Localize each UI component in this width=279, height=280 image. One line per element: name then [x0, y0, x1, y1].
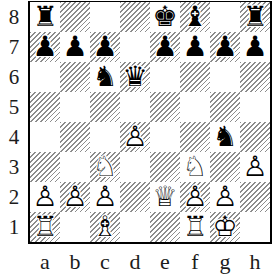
square-a3[interactable] — [30, 152, 60, 182]
piece-glyph-bk: ♚ — [152, 2, 177, 32]
piece-glyph-wr: ♖ — [182, 212, 207, 242]
square-c6[interactable]: ♞♞ — [90, 62, 120, 92]
square-e4[interactable] — [150, 122, 180, 152]
piece-br-h8[interactable]: ♜♜ — [240, 2, 270, 32]
file-label-a: a — [30, 249, 60, 278]
square-c4[interactable] — [90, 122, 120, 152]
file-label-h: h — [240, 249, 270, 278]
piece-wp-g2[interactable]: ♟♙ — [210, 182, 240, 212]
piece-glyph-bq: ♛ — [122, 62, 147, 92]
square-e3[interactable] — [150, 152, 180, 182]
square-g5[interactable] — [210, 92, 240, 122]
piece-bp-a7[interactable]: ♟♟ — [30, 32, 60, 62]
square-h3[interactable]: ♟♙ — [240, 152, 270, 182]
piece-glyph-wp: ♙ — [92, 182, 117, 212]
square-f3[interactable]: ♞♘ — [180, 152, 210, 182]
chess-board: ♜♜♚♚♝♝♜♜♟♟♟♟♟♟♟♟♟♟♟♟♟♟♞♞♛♛♟♙♞♞♞♘♞♘♟♙♟♙♟♙… — [28, 1, 272, 244]
square-b3[interactable] — [60, 152, 90, 182]
square-c1[interactable]: ♝♗ — [90, 212, 120, 242]
piece-bp-h7[interactable]: ♟♟ — [240, 32, 270, 62]
piece-bp-g7[interactable]: ♟♟ — [210, 32, 240, 62]
square-c2[interactable]: ♟♙ — [90, 182, 120, 212]
square-e8[interactable]: ♚♚ — [150, 2, 180, 32]
piece-glyph-bn: ♞ — [212, 122, 237, 152]
piece-br-a8[interactable]: ♜♜ — [30, 2, 60, 32]
piece-wp-a2[interactable]: ♟♙ — [30, 182, 60, 212]
piece-wp-h3[interactable]: ♟♙ — [240, 152, 270, 182]
piece-glyph-wp: ♙ — [182, 182, 207, 212]
file-label-d: d — [120, 249, 150, 278]
square-b4[interactable] — [60, 122, 90, 152]
piece-wp-f2[interactable]: ♟♙ — [180, 182, 210, 212]
piece-glyph-bp: ♟ — [62, 32, 87, 62]
piece-glyph-wn: ♘ — [92, 152, 117, 182]
piece-glyph-bp: ♟ — [182, 32, 207, 62]
square-b6[interactable] — [60, 62, 90, 92]
piece-bp-f7[interactable]: ♟♟ — [180, 32, 210, 62]
rank-labels: 87654321 — [0, 0, 28, 246]
file-label-g: g — [210, 249, 240, 278]
piece-wn-c3[interactable]: ♞♘ — [90, 152, 120, 182]
square-f6[interactable] — [180, 62, 210, 92]
piece-bp-b7[interactable]: ♟♟ — [60, 32, 90, 62]
piece-bn-c6[interactable]: ♞♞ — [90, 62, 120, 92]
square-e1[interactable] — [150, 212, 180, 242]
piece-bn-g4[interactable]: ♞♞ — [210, 122, 240, 152]
piece-wk-g1[interactable]: ♚♔ — [210, 212, 240, 242]
square-a6[interactable] — [30, 62, 60, 92]
piece-glyph-wq: ♕ — [152, 182, 177, 212]
file-label-e: e — [150, 249, 180, 278]
piece-bp-e7[interactable]: ♟♟ — [150, 32, 180, 62]
square-b2[interactable]: ♟♙ — [60, 182, 90, 212]
square-c3[interactable]: ♞♘ — [90, 152, 120, 182]
piece-bk-e8[interactable]: ♚♚ — [150, 2, 180, 32]
piece-glyph-wn: ♘ — [182, 152, 207, 182]
square-b5[interactable] — [60, 92, 90, 122]
rank-label-2: 2 — [0, 182, 28, 212]
square-a4[interactable] — [30, 122, 60, 152]
piece-glyph-bp: ♟ — [242, 32, 267, 62]
piece-glyph-bp: ♟ — [32, 32, 57, 62]
square-g7[interactable]: ♟♟ — [210, 32, 240, 62]
piece-glyph-bp: ♟ — [92, 32, 117, 62]
chess-diagram: 87654321 ♜♜♚♚♝♝♜♜♟♟♟♟♟♟♟♟♟♟♟♟♟♟♞♞♛♛♟♙♞♞♞… — [0, 0, 279, 280]
rank-label-6: 6 — [0, 62, 28, 92]
square-c7[interactable]: ♟♟ — [90, 32, 120, 62]
file-label-c: c — [90, 249, 120, 278]
rank-label-8: 8 — [0, 2, 28, 32]
piece-glyph-wp: ♙ — [62, 182, 87, 212]
piece-glyph-wp: ♙ — [122, 122, 147, 152]
square-f1[interactable]: ♜♖ — [180, 212, 210, 242]
square-h5[interactable] — [240, 92, 270, 122]
piece-wq-e2[interactable]: ♛♕ — [150, 182, 180, 212]
piece-wr-f1[interactable]: ♜♖ — [180, 212, 210, 242]
square-d7[interactable] — [120, 32, 150, 62]
square-b8[interactable] — [60, 2, 90, 32]
square-h4[interactable] — [240, 122, 270, 152]
square-g4[interactable]: ♞♞ — [210, 122, 240, 152]
square-d8[interactable] — [120, 2, 150, 32]
piece-wb-c1[interactable]: ♝♗ — [90, 212, 120, 242]
square-c5[interactable] — [90, 92, 120, 122]
square-h6[interactable] — [240, 62, 270, 92]
piece-glyph-bp: ♟ — [152, 32, 177, 62]
square-a5[interactable] — [30, 92, 60, 122]
square-g2[interactable]: ♟♙ — [210, 182, 240, 212]
square-h8[interactable]: ♜♜ — [240, 2, 270, 32]
square-c8[interactable] — [90, 2, 120, 32]
piece-bq-d6[interactable]: ♛♛ — [120, 62, 150, 92]
piece-glyph-wp: ♙ — [242, 152, 267, 182]
rank-label-4: 4 — [0, 122, 28, 152]
piece-bp-c7[interactable]: ♟♟ — [90, 32, 120, 62]
piece-glyph-bn: ♞ — [92, 62, 117, 92]
square-f7[interactable]: ♟♟ — [180, 32, 210, 62]
square-f4[interactable] — [180, 122, 210, 152]
rank-label-5: 5 — [0, 92, 28, 122]
piece-glyph-wb: ♗ — [92, 212, 117, 242]
piece-wp-d4[interactable]: ♟♙ — [120, 122, 150, 152]
piece-glyph-bb: ♝ — [182, 2, 207, 32]
file-labels: abcdefgh — [30, 246, 272, 278]
piece-glyph-wp: ♙ — [32, 182, 57, 212]
square-a2[interactable]: ♟♙ — [30, 182, 60, 212]
square-b1[interactable] — [60, 212, 90, 242]
square-d5[interactable] — [120, 92, 150, 122]
piece-wn-f3[interactable]: ♞♘ — [180, 152, 210, 182]
square-h2[interactable] — [240, 182, 270, 212]
square-g3[interactable] — [210, 152, 240, 182]
piece-glyph-br: ♜ — [242, 2, 267, 32]
file-label-f: f — [180, 249, 210, 278]
square-e2[interactable]: ♛♕ — [150, 182, 180, 212]
square-a8[interactable]: ♜♜ — [30, 2, 60, 32]
square-h1[interactable] — [240, 212, 270, 242]
piece-glyph-wk: ♔ — [212, 212, 237, 242]
square-g6[interactable] — [210, 62, 240, 92]
rank-label-3: 3 — [0, 152, 28, 182]
square-h7[interactable]: ♟♟ — [240, 32, 270, 62]
piece-glyph-wr: ♖ — [32, 212, 57, 242]
square-d4[interactable]: ♟♙ — [120, 122, 150, 152]
square-b7[interactable]: ♟♟ — [60, 32, 90, 62]
piece-glyph-br: ♜ — [32, 2, 57, 32]
square-a1[interactable]: ♜♖ — [30, 212, 60, 242]
piece-glyph-bp: ♟ — [212, 32, 237, 62]
file-label-b: b — [60, 249, 90, 278]
piece-glyph-wp: ♙ — [212, 182, 237, 212]
square-f5[interactable] — [180, 92, 210, 122]
square-f8[interactable]: ♝♝ — [180, 2, 210, 32]
rank-label-7: 7 — [0, 32, 28, 62]
piece-wr-a1[interactable]: ♜♖ — [30, 212, 60, 242]
rank-label-1: 1 — [0, 212, 28, 242]
square-f2[interactable]: ♟♙ — [180, 182, 210, 212]
square-e5[interactable] — [150, 92, 180, 122]
square-e7[interactable]: ♟♟ — [150, 32, 180, 62]
piece-wp-c2[interactable]: ♟♙ — [90, 182, 120, 212]
square-g8[interactable] — [210, 2, 240, 32]
piece-bb-f8[interactable]: ♝♝ — [180, 2, 210, 32]
square-d6[interactable]: ♛♛ — [120, 62, 150, 92]
square-d1[interactable] — [120, 212, 150, 242]
piece-wp-b2[interactable]: ♟♙ — [60, 182, 90, 212]
square-a7[interactable]: ♟♟ — [30, 32, 60, 62]
square-d2[interactable] — [120, 182, 150, 212]
square-e6[interactable] — [150, 62, 180, 92]
square-g1[interactable]: ♚♔ — [210, 212, 240, 242]
square-d3[interactable] — [120, 152, 150, 182]
